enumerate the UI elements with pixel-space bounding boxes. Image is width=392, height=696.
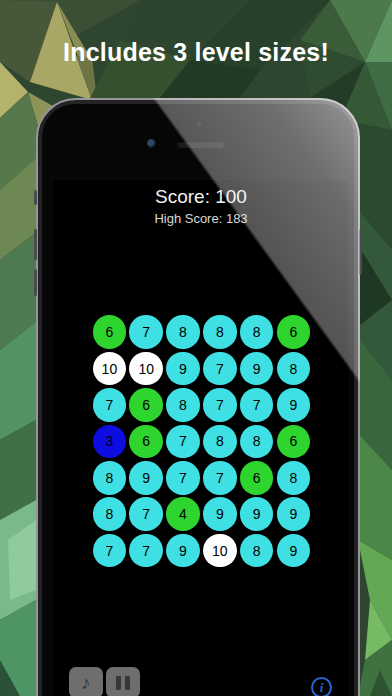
cell-r1-c5[interactable]: 8: [238, 314, 275, 350]
cell-r5-c6[interactable]: 8: [275, 460, 312, 496]
info-button[interactable]: i: [311, 677, 332, 696]
cell-r1-c1[interactable]: 6: [91, 314, 128, 350]
power-button: [359, 229, 362, 275]
volume-down-button: [34, 269, 37, 296]
sensor-dot-icon: [197, 122, 202, 127]
cell-r1-c4[interactable]: 8: [201, 314, 238, 350]
cell-r4-c1[interactable]: 3: [91, 423, 128, 459]
cell-r2-c4[interactable]: 7: [201, 350, 238, 386]
cell-r7-c3[interactable]: 9: [165, 532, 202, 568]
cell-r5-c3[interactable]: 7: [165, 460, 202, 496]
music-note-icon: ♪: [81, 673, 91, 692]
cell-r3-c3[interactable]: 8: [165, 387, 202, 423]
cell-r2-c2[interactable]: 10: [128, 350, 165, 386]
cell-r3-c4[interactable]: 7: [201, 387, 238, 423]
cell-r6-c2[interactable]: 7: [128, 496, 165, 532]
cell-r4-c5[interactable]: 8: [238, 423, 275, 459]
cell-r3-c6[interactable]: 9: [275, 387, 312, 423]
cell-r4-c4[interactable]: 8: [201, 423, 238, 459]
cell-r5-c4[interactable]: 7: [201, 460, 238, 496]
cell-r1-c3[interactable]: 8: [165, 314, 202, 350]
cell-r3-c2[interactable]: 6: [128, 387, 165, 423]
cell-r1-c2[interactable]: 7: [128, 314, 165, 350]
info-icon: i: [320, 680, 324, 696]
cell-r2-c6[interactable]: 8: [275, 350, 312, 386]
headline: Includes 3 level sizes!: [0, 38, 392, 67]
cell-r6-c6[interactable]: 9: [275, 496, 312, 532]
cell-r7-c2[interactable]: 7: [128, 532, 165, 568]
grid: 6788861010979876877936788689776887499977…: [91, 314, 312, 569]
cell-r7-c4[interactable]: 10: [201, 532, 238, 568]
earpiece-speaker: [177, 141, 224, 148]
high-score-label: High Score: 183: [53, 211, 349, 226]
pause-icon: [116, 676, 130, 690]
music-button[interactable]: ♪: [69, 667, 103, 696]
score-label: Score: 100: [53, 186, 349, 208]
phone-face: Score: 100 High Score: 183 6788861010979…: [42, 104, 354, 696]
mute-switch: [34, 190, 37, 205]
cell-r6-c3[interactable]: 4: [165, 496, 202, 532]
cell-r3-c1[interactable]: 7: [91, 387, 128, 423]
cell-r5-c5[interactable]: 6: [238, 460, 275, 496]
cell-r6-c4[interactable]: 9: [201, 496, 238, 532]
cell-r2-c3[interactable]: 9: [165, 350, 202, 386]
cell-r7-c5[interactable]: 8: [238, 532, 275, 568]
cell-r4-c6[interactable]: 6: [275, 423, 312, 459]
cell-r6-c5[interactable]: 9: [238, 496, 275, 532]
cell-r7-c1[interactable]: 7: [91, 532, 128, 568]
cell-r7-c6[interactable]: 9: [275, 532, 312, 568]
cell-r5-c1[interactable]: 8: [91, 460, 128, 496]
cell-r2-c5[interactable]: 9: [238, 350, 275, 386]
cell-r6-c1[interactable]: 8: [91, 496, 128, 532]
game-screen: Score: 100 High Score: 183 6788861010979…: [52, 179, 350, 696]
volume-up-button: [34, 229, 37, 260]
phone-mockup: Score: 100 High Score: 183 6788861010979…: [36, 98, 360, 696]
cell-r4-c3[interactable]: 7: [165, 423, 202, 459]
front-camera-icon: [147, 139, 156, 148]
pause-button[interactable]: [106, 667, 140, 696]
cell-r2-c1[interactable]: 10: [91, 350, 128, 386]
cell-r4-c2[interactable]: 6: [128, 423, 165, 459]
score-panel: Score: 100 High Score: 183: [53, 186, 349, 226]
cell-r5-c2[interactable]: 9: [128, 460, 165, 496]
cell-r3-c5[interactable]: 7: [238, 387, 275, 423]
cell-r1-c6[interactable]: 6: [275, 314, 312, 350]
